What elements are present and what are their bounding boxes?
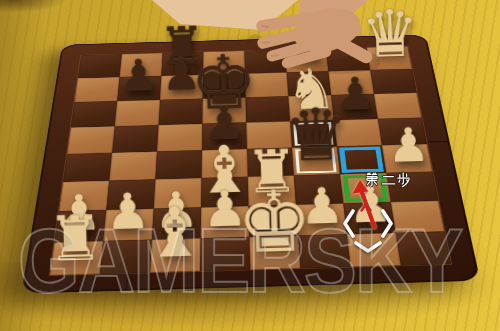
chess-scene: ♜♝♛♟♟♚♞♟♟♛♟♝♜♟♟♟♟♟♟♜♝♚ bbox=[0, 0, 500, 331]
square-b4[interactable] bbox=[109, 152, 157, 181]
square-a4[interactable] bbox=[63, 153, 112, 182]
square-e1[interactable]: ♚ bbox=[249, 236, 300, 270]
square-h3[interactable] bbox=[386, 172, 438, 202]
square-h2[interactable] bbox=[391, 201, 445, 233]
square-b7[interactable]: ♟ bbox=[117, 76, 161, 101]
square-c1[interactable]: ♝ bbox=[150, 238, 201, 272]
white-bishop-c1[interactable]: ♝ bbox=[143, 198, 207, 269]
white-queen-h8[interactable]: ♛ bbox=[360, 1, 420, 67]
chess-board[interactable]: ♜♝♛♟♟♚♞♟♟♛♟♝♜♟♟♟♟♟♟♜♝♚ bbox=[50, 46, 451, 275]
square-a7[interactable] bbox=[74, 77, 119, 102]
board-frame: ♜♝♛♟♟♚♞♟♟♛♟♝♜♟♟♟♟♟♟♜♝♚ bbox=[21, 34, 480, 293]
square-g1[interactable] bbox=[347, 233, 401, 267]
white-rook-a1[interactable]: ♜ bbox=[46, 207, 103, 271]
white-pawn-g2[interactable]: ♟ bbox=[347, 179, 393, 230]
white-king-e1[interactable]: ♚ bbox=[235, 179, 313, 265]
square-b6[interactable] bbox=[115, 100, 160, 126]
white-pawn-h4[interactable]: ♟ bbox=[386, 121, 429, 169]
square-a5[interactable] bbox=[67, 126, 115, 154]
black-pawn-b7[interactable]: ♟ bbox=[118, 53, 158, 98]
square-h6[interactable] bbox=[374, 93, 422, 119]
square-h1[interactable] bbox=[396, 232, 451, 266]
square-a8[interactable] bbox=[78, 54, 122, 78]
square-h4[interactable]: ♟ bbox=[382, 144, 432, 173]
square-b5[interactable] bbox=[112, 125, 158, 153]
square-g2[interactable]: ♟ bbox=[343, 202, 395, 234]
square-a6[interactable] bbox=[71, 101, 117, 127]
square-h7[interactable] bbox=[370, 69, 417, 94]
board-plane: ♜♝♛♟♟♚♞♟♟♛♟♝♜♟♟♟♟♟♟♜♝♚ bbox=[21, 34, 480, 293]
square-a1[interactable]: ♜ bbox=[50, 241, 103, 275]
screenshot-stage: ♜♝♛♟♟♚♞♟♟♛♟♝♜♟♟♟♟♟♟♜♝♚ bbox=[0, 0, 500, 331]
